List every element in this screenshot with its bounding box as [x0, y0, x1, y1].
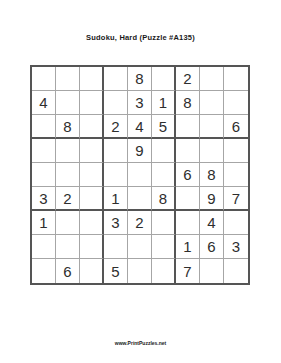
cell-r1c8 [200, 67, 224, 91]
cell-r6c1: 3 [32, 187, 56, 211]
cell-r6c4: 1 [104, 187, 128, 211]
cell-r1c5: 8 [128, 67, 152, 91]
cell-r7c1: 1 [32, 211, 56, 235]
cell-r6c3 [80, 187, 104, 211]
cell-r4c9 [224, 139, 248, 163]
cell-r5c6 [152, 163, 176, 187]
cell-r5c3 [80, 163, 104, 187]
cell-r9c4: 5 [104, 259, 128, 283]
cell-r8c8: 6 [200, 235, 224, 259]
cell-r6c8: 9 [200, 187, 224, 211]
cell-r2c8 [200, 91, 224, 115]
cell-r5c7: 6 [176, 163, 200, 187]
cell-r4c7 [176, 139, 200, 163]
cell-r5c1 [32, 163, 56, 187]
cell-r2c1: 4 [32, 91, 56, 115]
cell-r6c7 [176, 187, 200, 211]
cell-r1c6 [152, 67, 176, 91]
cell-r9c8 [200, 259, 224, 283]
cell-r4c8 [200, 139, 224, 163]
cell-r5c8: 8 [200, 163, 224, 187]
cell-r4c6 [152, 139, 176, 163]
cell-r5c4 [104, 163, 128, 187]
cell-r6c9: 7 [224, 187, 248, 211]
cell-r2c3 [80, 91, 104, 115]
cell-r2c2 [56, 91, 80, 115]
cell-r7c7 [176, 211, 200, 235]
cell-r5c5 [128, 163, 152, 187]
cell-r6c5 [128, 187, 152, 211]
cell-r8c7: 1 [176, 235, 200, 259]
cell-r5c2 [56, 163, 80, 187]
cell-r5c9 [224, 163, 248, 187]
cell-r1c4 [104, 67, 128, 91]
cell-r9c2: 6 [56, 259, 80, 283]
cell-r4c3 [80, 139, 104, 163]
cell-r1c1 [32, 67, 56, 91]
puzzle-page: Sudoku, Hard (Puzzle #A135) 824318824569… [0, 0, 281, 363]
cell-r7c6 [152, 211, 176, 235]
cell-r9c5 [128, 259, 152, 283]
cell-r2c4 [104, 91, 128, 115]
cell-r2c7: 8 [176, 91, 200, 115]
cell-r7c3 [80, 211, 104, 235]
cell-r4c4 [104, 139, 128, 163]
cell-r7c5: 2 [128, 211, 152, 235]
cell-r8c1 [32, 235, 56, 259]
cell-r6c2: 2 [56, 187, 80, 211]
cell-r2c9 [224, 91, 248, 115]
cell-r6c6: 8 [152, 187, 176, 211]
cell-r3c2: 8 [56, 115, 80, 139]
cell-r1c9 [224, 67, 248, 91]
sudoku-board: 824318824569683218971324163657 [30, 65, 250, 285]
cell-r2c5: 3 [128, 91, 152, 115]
cell-r9c1 [32, 259, 56, 283]
cell-r3c6: 5 [152, 115, 176, 139]
cell-r8c2 [56, 235, 80, 259]
cell-r3c3 [80, 115, 104, 139]
footer-url: www.PrintPuzzles.net [0, 340, 281, 346]
cell-r8c3 [80, 235, 104, 259]
cell-r7c9 [224, 211, 248, 235]
cell-r3c8 [200, 115, 224, 139]
cell-r9c9 [224, 259, 248, 283]
cell-r8c4 [104, 235, 128, 259]
cell-r3c4: 2 [104, 115, 128, 139]
cell-r4c5: 9 [128, 139, 152, 163]
cell-r9c6 [152, 259, 176, 283]
cell-r8c6 [152, 235, 176, 259]
cell-r7c8: 4 [200, 211, 224, 235]
puzzle-title: Sudoku, Hard (Puzzle #A135) [0, 33, 281, 42]
cell-r1c2 [56, 67, 80, 91]
cell-r1c3 [80, 67, 104, 91]
cell-r4c2 [56, 139, 80, 163]
cell-r7c2 [56, 211, 80, 235]
cell-r7c4: 3 [104, 211, 128, 235]
cell-r3c7 [176, 115, 200, 139]
cell-r4c1 [32, 139, 56, 163]
cell-r3c9: 6 [224, 115, 248, 139]
cell-r2c6: 1 [152, 91, 176, 115]
cell-r9c3 [80, 259, 104, 283]
cell-r3c1 [32, 115, 56, 139]
cell-r3c5: 4 [128, 115, 152, 139]
cell-r9c7: 7 [176, 259, 200, 283]
cell-r8c9: 3 [224, 235, 248, 259]
cell-r1c7: 2 [176, 67, 200, 91]
cell-r8c5 [128, 235, 152, 259]
